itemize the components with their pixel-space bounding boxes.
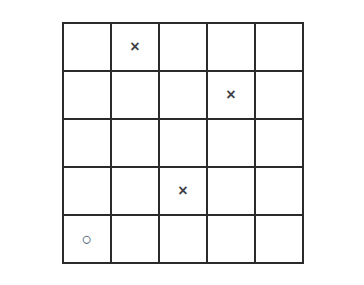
- cell-r5c3[interactable]: [160, 216, 206, 262]
- cell-r5c4[interactable]: [208, 216, 254, 262]
- cell-r5c5[interactable]: [256, 216, 302, 262]
- cell-r5c1[interactable]: ○: [64, 216, 110, 262]
- cell-r3c2[interactable]: [112, 120, 158, 166]
- o-mark: ○: [82, 230, 93, 248]
- cell-r3c3[interactable]: [160, 120, 206, 166]
- cell-r5c2[interactable]: [112, 216, 158, 262]
- cell-r2c5[interactable]: [256, 72, 302, 118]
- x-mark: ×: [130, 39, 139, 55]
- cell-r2c3[interactable]: [160, 72, 206, 118]
- cell-r2c2[interactable]: [112, 72, 158, 118]
- cell-r1c3[interactable]: [160, 24, 206, 70]
- cell-r4c1[interactable]: [64, 168, 110, 214]
- cell-r4c5[interactable]: [256, 168, 302, 214]
- cell-r4c4[interactable]: [208, 168, 254, 214]
- game-board: ×××○: [62, 22, 304, 264]
- cell-r2c1[interactable]: [64, 72, 110, 118]
- cell-r1c4[interactable]: [208, 24, 254, 70]
- cell-r4c2[interactable]: [112, 168, 158, 214]
- cell-r2c4[interactable]: ×: [208, 72, 254, 118]
- cell-r1c2[interactable]: ×: [112, 24, 158, 70]
- cell-r1c1[interactable]: [64, 24, 110, 70]
- cell-r4c3[interactable]: ×: [160, 168, 206, 214]
- x-mark: ×: [178, 183, 187, 199]
- cell-r3c1[interactable]: [64, 120, 110, 166]
- cell-r1c5[interactable]: [256, 24, 302, 70]
- x-mark: ×: [226, 87, 235, 103]
- cell-r3c4[interactable]: [208, 120, 254, 166]
- cell-r3c5[interactable]: [256, 120, 302, 166]
